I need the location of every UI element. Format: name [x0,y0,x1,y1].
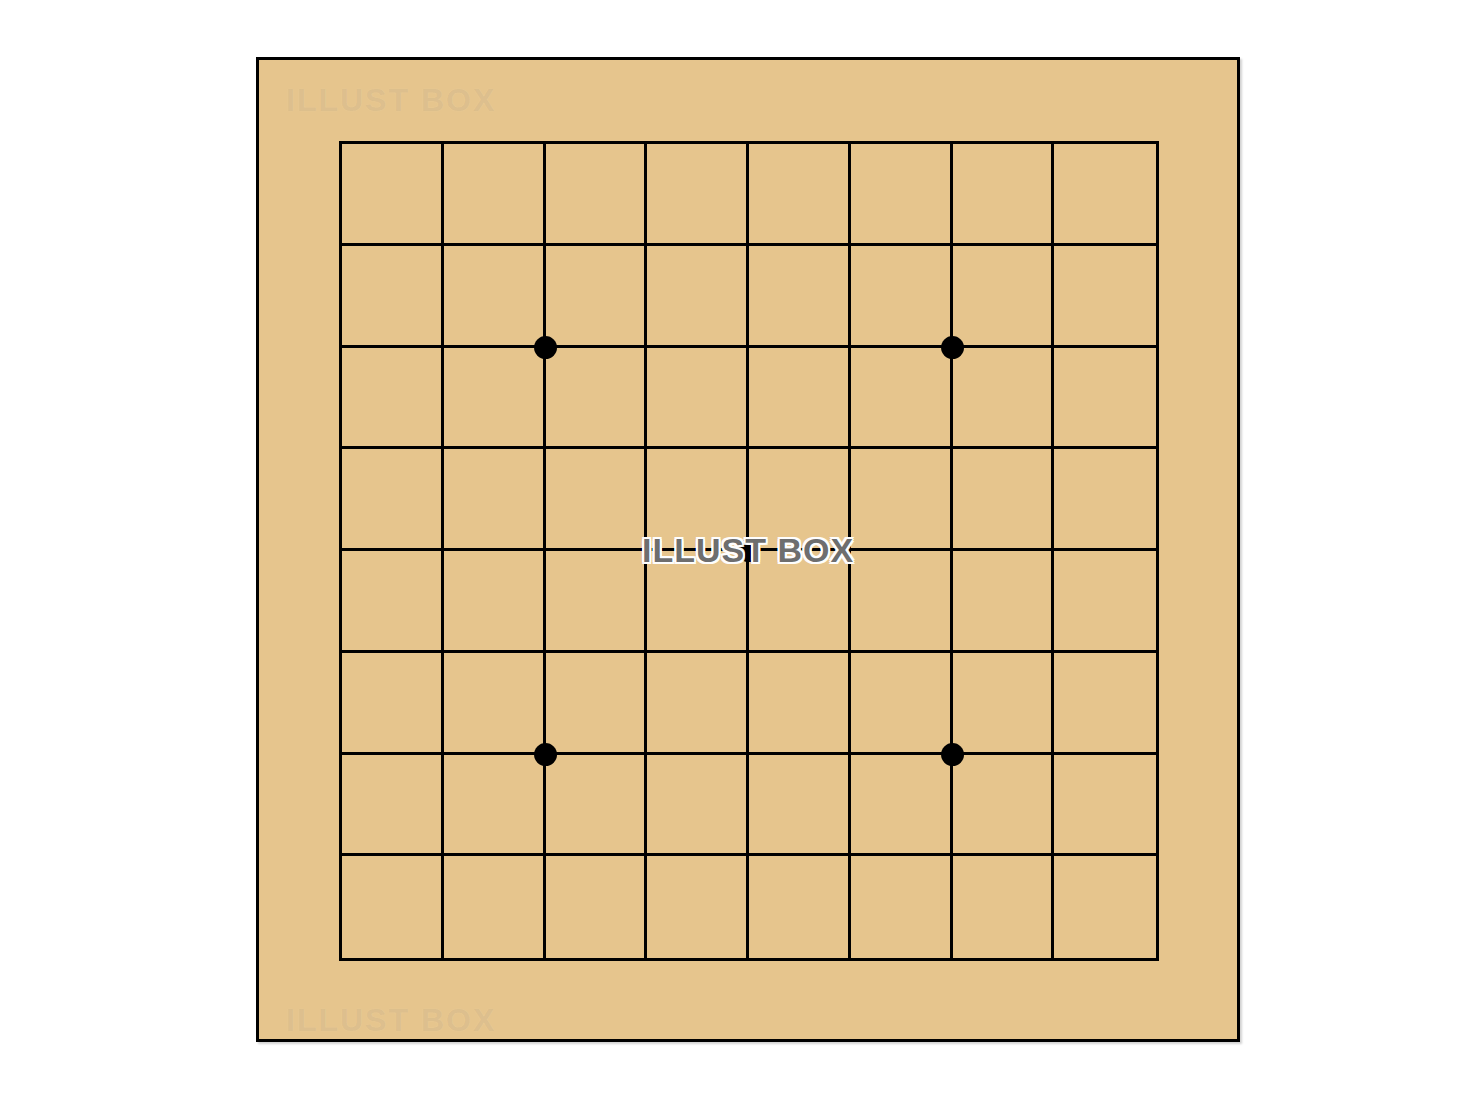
goban-cell[interactable] [953,653,1055,755]
goban-cell[interactable] [749,856,851,958]
goban-cell[interactable] [342,449,444,551]
goban-cell[interactable] [444,144,546,246]
goban-cell[interactable] [444,449,546,551]
goban-cell[interactable] [749,449,851,551]
watermark-ghost: ILLUST BOX [286,82,496,119]
goban-cell[interactable] [546,449,648,551]
go-board: ILLUST BOX ILLUST BOX ILLUST BOX [256,57,1240,1042]
goban-cell[interactable] [749,755,851,857]
goban-cell[interactable] [342,348,444,450]
goban-cell[interactable] [953,551,1055,653]
goban-cell[interactable] [953,449,1055,551]
goban-cell[interactable] [342,653,444,755]
goban-cell[interactable] [1054,144,1156,246]
goban-cell[interactable] [1054,348,1156,450]
goban-cell[interactable] [749,348,851,450]
goban-cell[interactable] [851,246,953,348]
goban-cell[interactable] [647,449,749,551]
goban-cell[interactable] [1054,551,1156,653]
goban-cell[interactable] [546,653,648,755]
goban-cell[interactable] [546,144,648,246]
goban-cell[interactable] [546,551,648,653]
goban-cell[interactable] [546,755,648,857]
goban-cell[interactable] [953,348,1055,450]
goban-cell[interactable] [546,348,648,450]
goban-cell[interactable] [444,348,546,450]
goban-cell[interactable] [546,856,648,958]
goban-cell[interactable] [749,246,851,348]
goban-cell[interactable] [749,551,851,653]
goban-cell[interactable] [647,653,749,755]
goban-cell[interactable] [851,755,953,857]
page-background: ILLUST BOX ILLUST BOX ILLUST BOX [0,0,1480,1110]
goban-cell[interactable] [444,755,546,857]
goban-cell[interactable] [342,551,444,653]
goban-cell[interactable] [342,856,444,958]
goban-cell[interactable] [647,551,749,653]
goban-cell[interactable] [1054,755,1156,857]
goban-cell[interactable] [1054,653,1156,755]
goban-cell[interactable] [953,755,1055,857]
goban-cell[interactable] [851,856,953,958]
goban-cell[interactable] [444,246,546,348]
goban-cell[interactable] [647,755,749,857]
goban-cell[interactable] [444,653,546,755]
goban-cell[interactable] [1054,246,1156,348]
goban-cell[interactable] [647,144,749,246]
goban-grid[interactable] [339,141,1159,961]
watermark-ghost: ILLUST BOX [286,1002,496,1039]
goban-cell[interactable] [953,856,1055,958]
goban-cell[interactable] [444,551,546,653]
goban-cell[interactable] [647,856,749,958]
goban-cell[interactable] [1054,856,1156,958]
goban-cell[interactable] [953,144,1055,246]
goban-cell[interactable] [749,653,851,755]
goban-cell[interactable] [546,246,648,348]
goban-cell[interactable] [851,144,953,246]
goban-cell[interactable] [953,246,1055,348]
goban-cell[interactable] [342,755,444,857]
goban-cell[interactable] [342,246,444,348]
goban-cell[interactable] [444,856,546,958]
goban-cell[interactable] [647,348,749,450]
goban-cell[interactable] [647,246,749,348]
goban-cell[interactable] [342,144,444,246]
goban-cell[interactable] [851,348,953,450]
goban-cell[interactable] [851,653,953,755]
goban-cell[interactable] [1054,449,1156,551]
goban-cell[interactable] [749,144,851,246]
goban-cell[interactable] [851,551,953,653]
goban-cell[interactable] [851,449,953,551]
